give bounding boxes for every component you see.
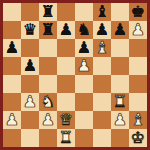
black-rook-piece[interactable]: ♜ <box>39 21 57 39</box>
square-d1[interactable]: ♜ <box>57 129 75 147</box>
square-f7[interactable]: ♟ <box>93 21 111 39</box>
square-b2[interactable] <box>21 111 39 129</box>
square-e2[interactable] <box>75 111 93 129</box>
square-g3[interactable]: ♜ <box>111 93 129 111</box>
square-g5[interactable] <box>111 57 129 75</box>
square-g8[interactable] <box>111 3 129 21</box>
square-b4[interactable] <box>21 75 39 93</box>
square-b3[interactable]: ♟ <box>21 93 39 111</box>
square-g4[interactable] <box>111 75 129 93</box>
square-h7[interactable]: ♟ <box>129 21 147 39</box>
square-b1[interactable] <box>21 129 39 147</box>
square-g2[interactable]: ♟ <box>111 111 129 129</box>
square-c2[interactable]: ♟ <box>39 111 57 129</box>
square-e1[interactable] <box>75 129 93 147</box>
square-a4[interactable] <box>3 75 21 93</box>
square-f5[interactable] <box>93 57 111 75</box>
square-b5[interactable]: ♟ <box>21 57 39 75</box>
square-c1[interactable] <box>39 129 57 147</box>
square-e7[interactable]: ♞ <box>75 21 93 39</box>
white-pawn-piece[interactable]: ♟ <box>111 111 129 129</box>
square-a5[interactable] <box>3 57 21 75</box>
square-a7[interactable] <box>3 21 21 39</box>
black-pawn-piece[interactable]: ♟ <box>21 57 39 75</box>
white-knight-piece[interactable]: ♞ <box>39 93 57 111</box>
square-h3[interactable] <box>129 93 147 111</box>
square-c8[interactable]: ♜ <box>39 3 57 21</box>
square-f2[interactable] <box>93 111 111 129</box>
square-a8[interactable] <box>3 3 21 21</box>
square-f4[interactable] <box>93 75 111 93</box>
square-g6[interactable] <box>111 39 129 57</box>
white-pawn-piece[interactable]: ♟ <box>39 111 57 129</box>
white-pawn-piece[interactable]: ♟ <box>3 111 21 129</box>
black-pawn-piece[interactable]: ♟ <box>93 21 111 39</box>
square-a3[interactable] <box>3 93 21 111</box>
black-pawn-piece[interactable]: ♟ <box>111 21 129 39</box>
square-d7[interactable]: ♟ <box>57 21 75 39</box>
square-b8[interactable] <box>21 3 39 21</box>
square-e5[interactable]: ♟ <box>75 57 93 75</box>
square-h1[interactable]: ♚ <box>129 129 147 147</box>
square-a1[interactable] <box>3 129 21 147</box>
square-d3[interactable] <box>57 93 75 111</box>
black-pawn-piece[interactable]: ♟ <box>57 21 75 39</box>
square-h4[interactable] <box>129 75 147 93</box>
black-rook-piece[interactable]: ♜ <box>39 3 57 21</box>
square-d5[interactable] <box>57 57 75 75</box>
black-bishop-piece[interactable]: ♝ <box>93 3 111 21</box>
square-f1[interactable] <box>93 129 111 147</box>
white-bishop-piece[interactable]: ♝ <box>129 111 147 129</box>
square-e3[interactable] <box>75 93 93 111</box>
white-pawn-piece[interactable]: ♟ <box>75 57 93 75</box>
square-h8[interactable]: ♚ <box>129 3 147 21</box>
black-pawn-piece[interactable]: ♟ <box>3 39 21 57</box>
square-g1[interactable] <box>111 129 129 147</box>
white-rook-piece[interactable]: ♜ <box>111 93 129 111</box>
white-pawn-piece[interactable]: ♟ <box>129 21 147 39</box>
square-e6[interactable]: ♟ <box>75 39 93 57</box>
square-f8[interactable]: ♝ <box>93 3 111 21</box>
square-d6[interactable] <box>57 39 75 57</box>
white-bishop-piece[interactable]: ♝ <box>93 39 111 57</box>
square-d4[interactable] <box>57 75 75 93</box>
black-knight-piece[interactable]: ♞ <box>75 21 93 39</box>
square-b6[interactable] <box>21 39 39 57</box>
square-b7[interactable]: ♛ <box>21 21 39 39</box>
black-pawn-piece[interactable]: ♟ <box>75 39 93 57</box>
square-h5[interactable] <box>129 57 147 75</box>
square-c6[interactable] <box>39 39 57 57</box>
square-a6[interactable]: ♟ <box>3 39 21 57</box>
square-c3[interactable]: ♞ <box>39 93 57 111</box>
square-c4[interactable] <box>39 75 57 93</box>
square-g7[interactable]: ♟ <box>111 21 129 39</box>
white-queen-piece[interactable]: ♛ <box>57 111 75 129</box>
white-pawn-piece[interactable]: ♟ <box>21 93 39 111</box>
white-king-piece[interactable]: ♚ <box>129 129 147 147</box>
chess-board: ♜♝♚♛♜♟♞♟♟♟♟♟♝♟♟♟♞♜♟♟♛♟♝♜♚ <box>0 0 150 150</box>
square-d2[interactable]: ♛ <box>57 111 75 129</box>
square-a2[interactable]: ♟ <box>3 111 21 129</box>
square-h2[interactable]: ♝ <box>129 111 147 129</box>
black-king-piece[interactable]: ♚ <box>129 3 147 21</box>
white-rook-piece[interactable]: ♜ <box>57 129 75 147</box>
square-f3[interactable] <box>93 93 111 111</box>
black-queen-piece[interactable]: ♛ <box>21 21 39 39</box>
square-c5[interactable] <box>39 57 57 75</box>
square-e8[interactable] <box>75 3 93 21</box>
square-e4[interactable] <box>75 75 93 93</box>
square-f6[interactable]: ♝ <box>93 39 111 57</box>
square-d8[interactable] <box>57 3 75 21</box>
square-c7[interactable]: ♜ <box>39 21 57 39</box>
square-h6[interactable] <box>129 39 147 57</box>
